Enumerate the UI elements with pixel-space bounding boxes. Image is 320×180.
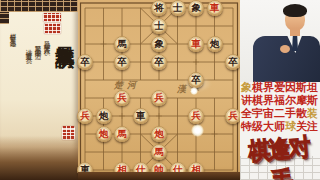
- piece-black-soldier: 卒: [77, 54, 93, 70]
- piece-black-horse: 馬: [114, 36, 130, 52]
- wooden-pieces-photo: [0, 136, 78, 180]
- piece-black-chariot: 車: [133, 108, 149, 124]
- piece-black-advisor: 士: [151, 18, 167, 34]
- host-hair: [283, 4, 307, 17]
- tagline-segment: 象: [241, 81, 252, 94]
- piece-red-soldier: 兵: [225, 108, 241, 124]
- piece-red-horse: 馬: [151, 144, 167, 160]
- channel-title-calligraphy: 風擎講棋: [55, 31, 77, 123]
- piece-black-soldier: 卒: [151, 54, 167, 70]
- piece-red-chariot: 車: [207, 0, 223, 16]
- tagline-line: 讲棋界福尔摩斯: [240, 94, 320, 107]
- tagline-line: 象棋界爱因斯坦: [240, 81, 320, 94]
- piece-black-soldier: 卒: [225, 54, 241, 70]
- poem-column: 风起苹末诗入棋: [42, 36, 51, 44]
- tagline-segment: 讲棋界福尔摩斯: [241, 94, 318, 107]
- sparkle-effect: [190, 87, 198, 95]
- piece-black-elephant: 象: [151, 36, 167, 52]
- piece-black-cannon: 炮: [96, 108, 112, 124]
- poem-column: 棋中日月人生趣: [8, 28, 17, 36]
- piece-black-soldier: 卒: [114, 54, 130, 70]
- piece-red-soldier: 兵: [188, 108, 204, 124]
- xiangqi-board: 楚河 漢界 将士象車士馬象車炮卒卒卒卒卒兵兵兵炮車兵兵炮馬炮馬車相仕帥仕相: [78, 0, 240, 180]
- host-photo: [240, 0, 320, 82]
- tagline-segment: 特级大师: [241, 120, 285, 133]
- video-thumbnail: 風擎講棋 风起苹末诗入棋繁星似子雨中适讲评给道万人赏棋中日月人生趣 楚河 漢界: [0, 0, 320, 180]
- piece-black-soldier: 卒: [188, 72, 204, 88]
- lattice-border-corner: [0, 12, 9, 24]
- piece-black-cannon: 炮: [207, 36, 223, 52]
- tagline-segment: 全宇宙二手散: [241, 107, 307, 120]
- pieces-layer: 将士象車士馬象車炮卒卒卒卒卒兵兵兵炮車兵兵炮馬炮馬車相仕帥仕相: [76, 0, 243, 179]
- table-edge: [78, 172, 240, 180]
- red-seal-stamp: [43, 13, 61, 22]
- tagline-block: 象棋界爱因斯坦讲棋界福尔摩斯全宇宙二手散装特级大师球关注: [240, 81, 320, 133]
- host-tie: [292, 34, 298, 51]
- logo-calligraphy: 棋逢对手: [238, 130, 320, 180]
- right-promo-panel: 象棋界爱因斯坦讲棋界福尔摩斯全宇宙二手散装特级大师球关注 棋逢对手: [240, 0, 320, 180]
- piece-red-cannon: 炮: [96, 126, 112, 142]
- poem-column: 繁星似子雨中适: [33, 40, 42, 48]
- piece-red-horse: 馬: [114, 126, 130, 142]
- piece-red-cannon: 炮: [151, 126, 167, 142]
- piece-black-general: 将: [151, 0, 167, 16]
- poem-column: 讲评给道万人赏: [24, 44, 33, 52]
- tagline-segment: 装: [307, 107, 318, 120]
- lattice-border: [0, 0, 78, 12]
- tagline-line: 全宇宙二手散装: [240, 107, 320, 120]
- piece-black-elephant: 象: [188, 0, 204, 16]
- piece-red-chariot: 車: [188, 36, 204, 52]
- piece-red-soldier: 兵: [151, 90, 167, 106]
- host-suit: [253, 36, 320, 82]
- piece-red-soldier: 兵: [114, 90, 130, 106]
- sparkle-effect: [191, 124, 204, 137]
- tagline-segment: 棋界爱因斯坦: [252, 81, 318, 94]
- piece-black-advisor: 士: [170, 0, 186, 16]
- left-calligraphy-panel: 風擎講棋 风起苹末诗入棋繁星似子雨中适讲评给道万人赏棋中日月人生趣: [0, 0, 78, 180]
- piece-red-soldier: 兵: [77, 108, 93, 124]
- host-hand: [280, 45, 290, 53]
